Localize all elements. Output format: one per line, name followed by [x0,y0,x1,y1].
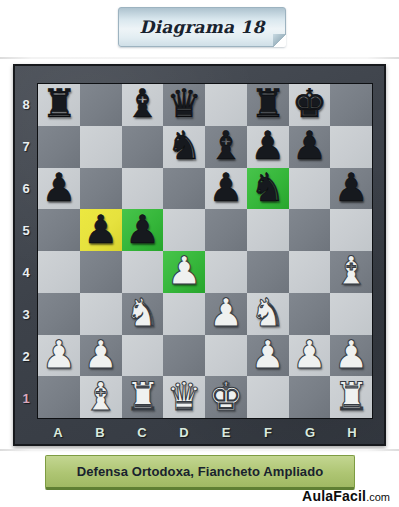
square-b2: ♟ [80,335,122,377]
square-e7: ♝ [205,126,247,168]
file-label-d: D [163,421,205,444]
square-c2 [122,335,164,377]
black-bishop: ♝ [125,84,160,123]
rank-label-8: 8 [15,83,37,125]
square-f2: ♟ [247,335,289,377]
rank-label-3: 3 [15,293,37,335]
square-d2 [163,335,205,377]
brand-suffix: .com [366,491,390,503]
square-h7 [330,126,372,168]
file-label-a: A [37,421,79,444]
white-pawn: ♟ [250,335,285,374]
square-d1: ♛ [163,376,205,418]
white-pawn: ♟ [208,293,243,332]
white-pawn: ♟ [334,335,369,374]
square-d4: ♟ [163,251,205,293]
black-pawn: ♟ [125,210,160,249]
diagram-title-ribbon: Diagrama 18 [118,7,286,47]
square-d8: ♛ [163,84,205,126]
black-pawn: ♟ [208,168,243,207]
file-label-h: H [331,421,373,444]
square-f1 [247,376,289,418]
rank-label-4: 4 [15,251,37,293]
brand-aulafacil: AulaFacil.com [302,487,390,505]
black-pawn: ♟ [250,126,285,165]
square-g4 [289,251,331,293]
square-h3 [330,293,372,335]
black-knight: ♞ [250,168,285,207]
square-c1: ♜ [122,376,164,418]
square-b7 [80,126,122,168]
ribbon-fold-corner-icon [273,34,286,47]
square-c3: ♞ [122,293,164,335]
square-b3 [80,293,122,335]
square-f4 [247,251,289,293]
square-c5: ♟ [122,209,164,251]
square-h6: ♟ [330,168,372,210]
white-pawn: ♟ [292,335,327,374]
black-pawn: ♟ [41,168,76,207]
square-h5 [330,209,372,251]
white-pawn: ♟ [167,251,202,290]
square-a8: ♜ [38,84,80,126]
file-label-f: F [247,421,289,444]
square-b6 [80,168,122,210]
square-b1: ♝ [80,376,122,418]
square-e5 [205,209,247,251]
square-f3: ♞ [247,293,289,335]
square-d5 [163,209,205,251]
white-rook: ♜ [334,377,369,416]
rank-label-7: 7 [15,125,37,167]
square-c6 [122,168,164,210]
square-g2: ♟ [289,335,331,377]
page-seam-bottom [0,449,399,451]
square-c4 [122,251,164,293]
page-seam-top [0,57,399,59]
white-bishop: ♝ [83,377,118,416]
square-a2: ♟ [38,335,80,377]
square-b4 [80,251,122,293]
white-bishop: ♝ [334,251,369,290]
rank-label-2: 2 [15,335,37,377]
caption-text: Defensa Ortodoxa, Fiancheto Ampliado [77,464,324,479]
file-label-e: E [205,421,247,444]
black-knight: ♞ [167,126,202,165]
square-c7 [122,126,164,168]
square-f5 [247,209,289,251]
square-a4 [38,251,80,293]
square-a3 [38,293,80,335]
square-c8: ♝ [122,84,164,126]
square-d7: ♞ [163,126,205,168]
white-rook: ♜ [125,377,160,416]
caption-banner: Defensa Ortodoxa, Fiancheto Ampliado [45,455,355,490]
square-e1: ♚ [205,376,247,418]
square-b5: ♟ [80,209,122,251]
square-g7: ♟ [289,126,331,168]
file-label-c: C [121,421,163,444]
square-f8: ♜ [247,84,289,126]
white-pawn: ♟ [41,335,76,374]
square-a7 [38,126,80,168]
white-king: ♚ [208,377,243,416]
square-h8 [330,84,372,126]
file-label-g: G [289,421,331,444]
black-pawn: ♟ [334,168,369,207]
white-queen: ♛ [167,377,202,416]
square-g3 [289,293,331,335]
square-e2 [205,335,247,377]
square-f7: ♟ [247,126,289,168]
chess-board-frame: 87654321 ♜♝♛♜♚♞♝♟♟♟♟♞♟♟♟♟♝♞♟♞♟♟♟♟♟♝♜♛♚♜ … [13,64,386,446]
black-pawn: ♟ [292,126,327,165]
black-king: ♚ [292,84,327,123]
square-e3: ♟ [205,293,247,335]
square-d6 [163,168,205,210]
square-a6: ♟ [38,168,80,210]
white-knight: ♞ [250,293,285,332]
square-e6: ♟ [205,168,247,210]
black-rook: ♜ [41,84,76,123]
file-labels: ABCDEFGH [37,421,373,444]
page: Diagrama 18 87654321 ♜♝♛♜♚♞♝♟♟♟♟♞♟♟♟♟♝♞♟… [0,0,399,507]
square-h4: ♝ [330,251,372,293]
white-knight: ♞ [125,293,160,332]
black-queen: ♛ [167,84,202,123]
black-rook: ♜ [250,84,285,123]
rank-label-1: 1 [15,377,37,419]
black-bishop: ♝ [208,126,243,165]
square-a1 [38,376,80,418]
black-pawn: ♟ [83,210,118,249]
square-g1 [289,376,331,418]
rank-label-5: 5 [15,209,37,251]
square-h1: ♜ [330,376,372,418]
square-d3 [163,293,205,335]
file-label-b: B [79,421,121,444]
square-e4 [205,251,247,293]
rank-label-6: 6 [15,167,37,209]
square-a5 [38,209,80,251]
square-g8: ♚ [289,84,331,126]
white-pawn: ♟ [83,335,118,374]
diagram-title: Diagrama 18 [140,17,265,37]
square-h2: ♟ [330,335,372,377]
brand-name: AulaFacil [302,488,366,504]
square-g5 [289,209,331,251]
square-b8 [80,84,122,126]
rank-labels: 87654321 [15,83,37,419]
square-e8 [205,84,247,126]
chess-board: ♜♝♛♜♚♞♝♟♟♟♟♞♟♟♟♟♝♞♟♞♟♟♟♟♟♝♜♛♚♜ [37,83,373,419]
square-f6: ♞ [247,168,289,210]
square-g6 [289,168,331,210]
